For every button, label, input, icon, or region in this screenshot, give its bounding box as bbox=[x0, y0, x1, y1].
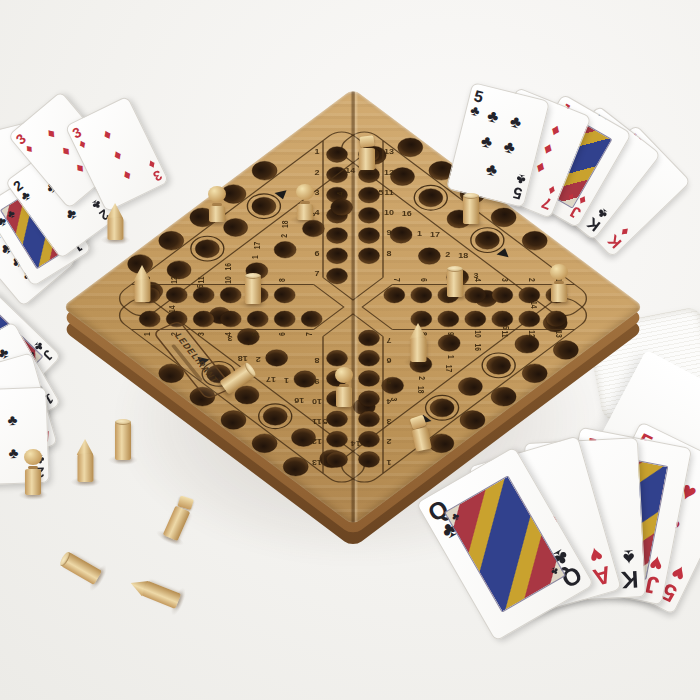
peg-body bbox=[209, 206, 225, 222]
arm-out-hole-10[interactable] bbox=[460, 308, 490, 330]
hole-number: 11 bbox=[384, 189, 394, 197]
hole-number: 18 bbox=[416, 386, 426, 394]
hole-number: 4 bbox=[223, 332, 233, 336]
peg-body bbox=[134, 280, 150, 302]
hole-number: 16 bbox=[223, 262, 233, 270]
parking-hole[interactable] bbox=[517, 227, 552, 254]
arm-in-hole-6[interactable] bbox=[406, 284, 436, 306]
track-hole-15[interactable] bbox=[386, 164, 420, 189]
peg-body bbox=[551, 284, 567, 302]
arm-in-hole-1[interactable] bbox=[354, 448, 384, 470]
hole-number: 17 bbox=[444, 365, 454, 373]
arm-in-hole-6[interactable] bbox=[270, 308, 300, 330]
hole-number: 1 bbox=[445, 355, 455, 359]
hole-number: 17 bbox=[265, 375, 276, 383]
peg-head-knob bbox=[550, 264, 568, 280]
hole-number: 3 bbox=[196, 332, 206, 336]
peg-knob-on-board[interactable] bbox=[550, 264, 568, 302]
peg-knob-on-board[interactable] bbox=[296, 184, 314, 220]
hole-number: 7 bbox=[314, 270, 320, 278]
arm-out-hole-8[interactable] bbox=[270, 284, 300, 306]
hole-number: 16 bbox=[472, 344, 482, 352]
peg-head-square bbox=[359, 135, 374, 148]
hole-number: 5 bbox=[250, 332, 260, 336]
peg-head-knob bbox=[335, 367, 353, 383]
arm-out-hole-11[interactable] bbox=[487, 308, 517, 330]
peg-body bbox=[77, 454, 93, 482]
peg-cyl-on-board[interactable] bbox=[447, 266, 463, 297]
home-hole-2[interactable] bbox=[261, 346, 292, 369]
hole-number: 18 bbox=[280, 220, 290, 228]
arm-in-hole-5[interactable] bbox=[354, 367, 384, 389]
hole-number: 9 bbox=[314, 377, 320, 385]
home-hole-2[interactable] bbox=[270, 238, 301, 261]
home-hole-2[interactable] bbox=[414, 244, 445, 267]
arm-in-hole-5[interactable] bbox=[243, 308, 273, 330]
hole-number: 10 bbox=[473, 330, 483, 338]
hole-number: 9 bbox=[446, 332, 456, 336]
peg-body bbox=[447, 269, 463, 297]
peg-cyl-on-board[interactable] bbox=[463, 193, 479, 224]
peg-head-cone bbox=[77, 439, 94, 455]
peg-head-knob bbox=[24, 449, 42, 465]
peg-cone-on-board[interactable] bbox=[410, 323, 427, 362]
hole-number: 10 bbox=[384, 209, 395, 217]
arm-out-hole-11[interactable] bbox=[354, 184, 384, 206]
hole-number: 12 bbox=[311, 438, 322, 446]
track-hole-15[interactable] bbox=[162, 257, 196, 282]
hole-number: 7 bbox=[392, 278, 402, 282]
direction-triangle bbox=[275, 187, 291, 199]
hole-number: 3 bbox=[386, 417, 392, 425]
hole-number: 2 bbox=[527, 278, 537, 282]
hole-number: 11 bbox=[312, 417, 322, 425]
arm-out-hole-9[interactable] bbox=[354, 224, 384, 246]
hole-number: 4 bbox=[473, 278, 483, 282]
hole-number: 1 bbox=[283, 376, 289, 384]
peg-cone-on-board[interactable] bbox=[134, 265, 151, 302]
hole-number: 6 bbox=[386, 357, 392, 365]
hole-number: 18 bbox=[458, 252, 469, 260]
hole-number: 12 bbox=[384, 169, 395, 177]
hole-number: 1 bbox=[314, 149, 320, 157]
peg-knob-on-board[interactable] bbox=[208, 186, 226, 222]
arm-in-hole-7[interactable] bbox=[297, 308, 327, 330]
parking-hole[interactable] bbox=[247, 157, 282, 184]
hole-number: 5 bbox=[386, 377, 392, 385]
hole-number: 18 bbox=[237, 354, 248, 362]
peg-knob-loose[interactable] bbox=[24, 449, 42, 495]
hole-number: 13 bbox=[384, 149, 395, 157]
card-index: 3♦ bbox=[145, 156, 163, 182]
hole-number: 13 bbox=[311, 458, 322, 466]
card-pips: ♦♦♦ bbox=[84, 115, 150, 194]
parking-hole[interactable] bbox=[154, 227, 189, 254]
arm-out-hole-9[interactable] bbox=[433, 308, 463, 330]
parking-hole[interactable] bbox=[486, 204, 521, 231]
hole-number: 1 bbox=[417, 230, 423, 238]
peg-body bbox=[245, 276, 261, 304]
card-index: K♠ bbox=[620, 546, 640, 591]
peg-body bbox=[115, 422, 131, 460]
peg-head-knob bbox=[296, 184, 314, 200]
peg-head-cone bbox=[107, 203, 124, 219]
hole-number: 6 bbox=[277, 332, 287, 336]
arm-in-hole-7[interactable] bbox=[322, 265, 352, 287]
arm-in-hole-6[interactable] bbox=[322, 245, 352, 267]
arm-in-hole-1[interactable] bbox=[322, 143, 352, 165]
peg-body bbox=[25, 469, 41, 495]
hole-number: 17 bbox=[430, 231, 441, 239]
peg-square-on-board[interactable] bbox=[359, 136, 375, 170]
arm-in-hole-7[interactable] bbox=[354, 327, 384, 349]
hole-number: 8 bbox=[386, 250, 392, 258]
hole-number: 4 bbox=[386, 397, 392, 405]
peg-body bbox=[142, 581, 181, 609]
hole-number: 16 bbox=[294, 397, 305, 405]
peg-body bbox=[297, 204, 313, 220]
hole-number: 4 bbox=[335, 191, 345, 195]
hole-number: 11 bbox=[196, 276, 206, 284]
hole-number: 13 bbox=[554, 330, 564, 338]
peg-body bbox=[359, 148, 375, 170]
hole-number: 2 bbox=[279, 234, 289, 238]
hole-number: 7 bbox=[304, 332, 314, 336]
hole-number: 6 bbox=[314, 250, 320, 258]
track-hole-15[interactable] bbox=[287, 425, 321, 450]
peg-body bbox=[463, 196, 479, 224]
peg-head-knob bbox=[208, 186, 226, 202]
hole-number: 1 bbox=[386, 458, 392, 466]
arm-in-hole-7[interactable] bbox=[379, 284, 409, 306]
peg-body bbox=[336, 387, 352, 407]
peg-flat-top bbox=[447, 266, 463, 272]
peg-knob-on-board[interactable] bbox=[335, 367, 353, 407]
peg-cyl-loose[interactable] bbox=[115, 419, 131, 460]
hole-number: 2 bbox=[445, 251, 451, 259]
hole-number: 8 bbox=[277, 278, 287, 282]
track-hole-17[interactable] bbox=[453, 374, 487, 399]
home-hole-3[interactable] bbox=[233, 325, 264, 348]
hole-number: 6 bbox=[419, 278, 429, 282]
arm-out-hole-8[interactable] bbox=[354, 245, 384, 267]
hole-number: 1 bbox=[250, 255, 260, 259]
peg-head-cone bbox=[134, 265, 151, 281]
arm-out-hole-10[interactable] bbox=[354, 204, 384, 226]
peg-flat-top bbox=[245, 273, 261, 279]
home-hole-3[interactable] bbox=[377, 374, 408, 397]
hole-number: 11 bbox=[500, 330, 510, 338]
hole-number: 8 bbox=[314, 357, 320, 365]
hole-number: 10 bbox=[311, 397, 322, 405]
hole-number: 1 bbox=[142, 332, 152, 336]
track-hole-15[interactable] bbox=[510, 331, 544, 356]
arm-out-hole-11[interactable] bbox=[189, 284, 219, 306]
arm-in-hole-1[interactable] bbox=[135, 308, 165, 330]
scene: 8♣8♣♣♣♣♣♣♣♣♣J♣J♣♣♣2♣2♣♣♣3♦3♦♦♦♦3♦3♦♦♦♦J♣… bbox=[0, 0, 700, 700]
arm-in-hole-6[interactable] bbox=[354, 347, 384, 369]
hole-number: 2 bbox=[417, 376, 427, 380]
hole-number: 12 bbox=[169, 276, 179, 284]
hole-number: 12 bbox=[527, 330, 537, 338]
peg-cone-loose[interactable] bbox=[77, 439, 94, 482]
peg-cone-on-board[interactable] bbox=[107, 203, 124, 240]
peg-body bbox=[107, 218, 123, 240]
hole-number: 2 bbox=[386, 438, 392, 446]
hole-number: 7 bbox=[386, 336, 392, 344]
peg-cyl-loose[interactable] bbox=[58, 551, 102, 585]
peg-head-cone bbox=[410, 323, 427, 339]
peg-body bbox=[410, 338, 426, 362]
hole-number: 2 bbox=[314, 169, 320, 177]
arm-in-hole-5[interactable] bbox=[322, 224, 352, 246]
parking-hole[interactable] bbox=[393, 134, 428, 161]
hole-number: 3 bbox=[500, 278, 510, 282]
hole-number: 9 bbox=[386, 230, 392, 238]
hole-number: 16 bbox=[402, 210, 413, 218]
peg-flat-top bbox=[463, 193, 479, 199]
peg-cyl-on-board[interactable] bbox=[245, 273, 261, 304]
hole-number: 17 bbox=[252, 241, 262, 249]
peg-flat-top bbox=[115, 419, 131, 425]
direction-triangle bbox=[497, 248, 513, 260]
peg-cone-loose[interactable] bbox=[128, 575, 182, 610]
hole-number: 2 bbox=[255, 355, 261, 363]
hole-number: 10 bbox=[223, 276, 233, 284]
